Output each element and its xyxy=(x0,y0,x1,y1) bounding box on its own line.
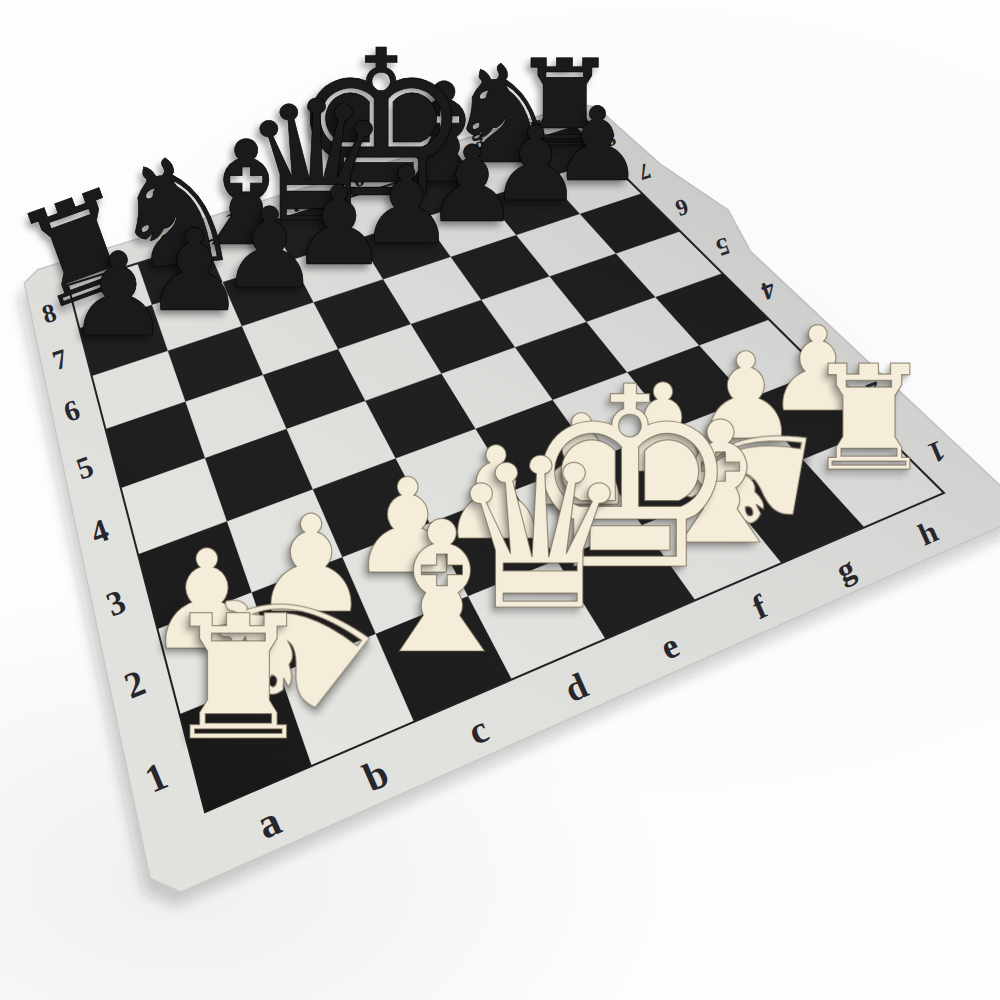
chess-set-photo: 88aa77bb66cc55dd44ee33ff22gg11hh ♜♞♟♝♟♚♟… xyxy=(0,0,1000,1000)
depth-shading xyxy=(24,104,1000,892)
chessboard: 88aa77bb66cc55dd44ee33ff22gg11hh xyxy=(0,0,1000,1000)
board-depth-overlay xyxy=(24,104,1000,892)
